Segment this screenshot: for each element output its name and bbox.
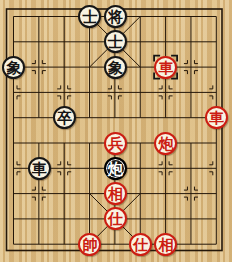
piece-black-chariot[interactable]: 車 [28,157,51,180]
piece-glyph: 車 [32,161,47,176]
piece-black-soldier[interactable]: 卒 [53,106,76,129]
piece-red-chariot[interactable]: 車 [205,106,228,129]
piece-glyph: 帥 [82,237,97,252]
piece-black-advisor[interactable]: 士 [78,5,101,28]
piece-glyph: 仕 [108,212,123,227]
board-grid: 士将士象象車卒車兵炮車炮相仕帥仕相 [1,4,229,257]
piece-glyph: 車 [209,111,224,126]
piece-glyph: 象 [6,60,21,75]
piece-red-advisor[interactable]: 仕 [129,233,152,256]
piece-black-advisor[interactable]: 士 [104,30,127,53]
xiangqi-board: 士将士象象車卒車兵炮車炮相仕帥仕相 [0,0,232,262]
piece-glyph: 仕 [133,237,148,252]
piece-red-elephant[interactable]: 相 [154,233,177,256]
piece-black-cannon[interactable]: 炮 [104,157,127,180]
piece-red-general[interactable]: 帥 [78,233,101,256]
piece-black-elephant[interactable]: 象 [2,56,25,79]
piece-glyph: 士 [108,35,123,50]
piece-glyph: 車 [158,60,173,75]
piece-glyph: 卒 [57,111,72,126]
piece-glyph: 士 [82,10,97,25]
piece-red-elephant[interactable]: 相 [104,182,127,205]
piece-glyph: 兵 [108,136,123,151]
piece-red-cannon[interactable]: 炮 [154,132,177,155]
piece-glyph: 将 [108,10,123,25]
piece-glyph: 相 [158,237,173,252]
piece-glyph: 象 [108,60,123,75]
piece-red-advisor[interactable]: 仕 [104,207,127,230]
piece-black-general[interactable]: 将 [104,5,127,28]
piece-black-elephant[interactable]: 象 [104,56,127,79]
piece-red-chariot[interactable]: 車 [154,56,177,79]
piece-red-soldier[interactable]: 兵 [104,132,127,155]
piece-glyph: 炮 [108,161,123,176]
piece-glyph: 相 [108,187,123,202]
piece-glyph: 炮 [158,136,173,151]
